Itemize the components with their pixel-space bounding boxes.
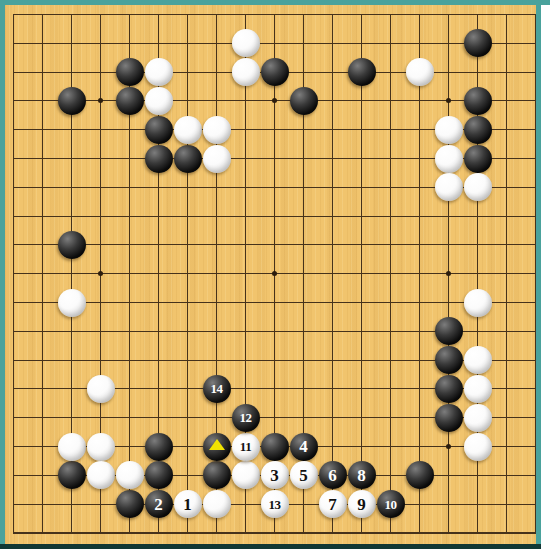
white-stone-eq[interactable] [116,461,144,489]
black-stone-qe[interactable] [464,116,492,144]
white-stone-hf[interactable] [203,145,231,173]
white-stone-ip[interactable]: 11 [232,433,260,461]
black-stone-gf[interactable] [174,145,202,173]
move-number: 6 [328,467,337,484]
black-stone-ff[interactable] [145,145,173,173]
move-number: 5 [299,467,308,484]
white-stone-mr[interactable]: 9 [348,490,376,518]
white-stone-fd[interactable] [145,87,173,115]
white-stone-gr[interactable]: 1 [174,490,202,518]
black-stone-lq[interactable]: 6 [319,461,347,489]
black-stone-jp[interactable] [261,433,289,461]
white-stone-qk[interactable] [464,289,492,317]
black-stone-pl[interactable] [435,317,463,345]
black-stone-cd[interactable] [58,87,86,115]
white-stone-dp[interactable] [87,433,115,461]
black-stone-qf[interactable] [464,145,492,173]
frame-right-edge [536,0,541,549]
black-stone-fp[interactable] [145,433,173,461]
move-number: 10 [385,498,397,511]
black-stone-pn[interactable] [435,375,463,403]
move-number: 1 [183,496,192,513]
black-stone-mc[interactable] [348,58,376,86]
move-number: 11 [240,440,251,453]
black-stone-cq[interactable] [58,461,86,489]
black-stone-po[interactable] [435,404,463,432]
black-stone-qb[interactable] [464,29,492,57]
white-stone-pe[interactable] [435,116,463,144]
white-stone-dq[interactable] [87,461,115,489]
move-number: 8 [357,467,366,484]
black-stone-mq[interactable]: 8 [348,461,376,489]
black-stone-kp[interactable]: 4 [290,433,318,461]
move-number: 3 [270,467,279,484]
white-stone-iq[interactable] [232,461,260,489]
white-stone-jq[interactable]: 3 [261,461,289,489]
black-stone-ci[interactable] [58,231,86,259]
black-stone-fe[interactable] [145,116,173,144]
white-stone-he[interactable] [203,116,231,144]
star-point [446,444,451,449]
white-stone-qm[interactable] [464,346,492,374]
black-stone-pm[interactable] [435,346,463,374]
white-stone-dn[interactable] [87,375,115,403]
move-number: 4 [299,438,308,455]
move-number: 9 [357,496,366,513]
black-stone-ed[interactable] [116,87,144,115]
white-stone-fc[interactable] [145,58,173,86]
white-stone-jr[interactable]: 13 [261,490,289,518]
black-stone-er[interactable] [116,490,144,518]
black-stone-jc[interactable] [261,58,289,86]
black-stone-nr[interactable]: 10 [377,490,405,518]
black-stone-fq[interactable] [145,461,173,489]
black-stone-kd[interactable] [290,87,318,115]
black-stone-qd[interactable] [464,87,492,115]
white-stone-kq[interactable]: 5 [290,461,318,489]
white-stone-oc[interactable] [406,58,434,86]
white-stone-qn[interactable] [464,375,492,403]
black-stone-hp[interactable] [203,433,231,461]
white-stone-ic[interactable] [232,58,260,86]
black-stone-io[interactable]: 12 [232,404,260,432]
move-number: 2 [154,496,163,513]
white-stone-ib[interactable] [232,29,260,57]
frame-top-edge [0,0,550,5]
black-stone-hq[interactable] [203,461,231,489]
black-stone-hn[interactable]: 14 [203,375,231,403]
white-stone-qp[interactable] [464,433,492,461]
white-stone-qo[interactable] [464,404,492,432]
white-stone-hr[interactable] [203,490,231,518]
black-stone-ec[interactable] [116,58,144,86]
move-number: 14 [211,382,223,395]
move-number: 7 [328,496,337,513]
frame-left-edge [0,0,5,549]
white-stone-ck[interactable] [58,289,86,317]
white-stone-ge[interactable] [174,116,202,144]
black-stone-fr[interactable]: 2 [145,490,173,518]
go-board[interactable]: 1234567891011121314 [5,5,536,544]
move-number: 13 [269,498,281,511]
go-diagram: 1234567891011121314 [0,0,550,549]
white-stone-lr[interactable]: 7 [319,490,347,518]
white-stone-pg[interactable] [435,173,463,201]
white-stone-cp[interactable] [58,433,86,461]
white-stone-qg[interactable] [464,173,492,201]
black-stone-oq[interactable] [406,461,434,489]
move-number: 12 [240,411,252,424]
triangle-marker-icon [209,439,225,450]
white-stone-pf[interactable] [435,145,463,173]
frame-bottom-edge [0,544,541,549]
